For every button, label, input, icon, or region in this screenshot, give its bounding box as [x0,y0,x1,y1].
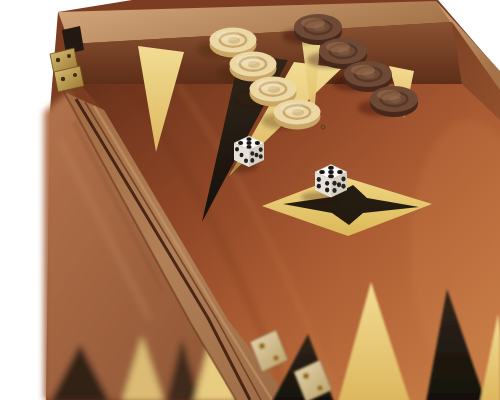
die-1-pip [250,158,254,163]
hinge-screw-slot [261,345,263,347]
latch-screw [61,77,65,81]
brown-checker-gloss [377,90,401,100]
die-2-pip [319,170,325,174]
cream-checker-gloss [280,103,304,113]
die-1-pip [250,151,254,156]
die-2-pip [328,170,334,174]
backgammon-set-photo [0,0,500,400]
die-1-pip [246,145,251,149]
latch-screw [56,58,60,62]
brown-checker-gloss [351,65,375,75]
die-1-pip [255,153,259,158]
die-2-pip [337,182,341,187]
hinge-screw-slot [305,375,307,377]
backgammon-board [0,0,500,400]
die-1-pip [259,147,263,152]
hinge-screw-slot [319,387,321,389]
die-2-pip [332,181,336,186]
latch-screw [67,54,71,58]
die-2-pip [328,166,334,170]
cream-checker-gloss [216,31,240,41]
die-1-pip [255,141,260,145]
cream-checker-gloss [236,55,260,65]
brown-checker-gloss [301,18,325,28]
brown-checker-gloss [326,42,350,52]
die-2-pip [317,184,321,189]
die-1-pip [246,141,251,145]
cream-checker-gloss [256,80,280,90]
die-1-pip [244,158,248,163]
die-1-pip [238,141,243,145]
die-2-pip [337,170,343,174]
die-2-pip [325,188,329,193]
hinge-screw-slot [275,357,277,359]
surface-screw [321,125,325,129]
die-2-pip [317,177,321,182]
die-2-pip [332,188,336,193]
die-2-pip [325,181,329,186]
die-1-pip [246,137,251,141]
die-2-pip [328,174,334,178]
die-1-pip [235,147,239,152]
latch-screw [73,73,77,77]
die-2-pip [341,177,345,182]
die-1-pip [259,154,263,159]
die-2-pip [341,184,345,189]
die-1-pip [240,153,244,158]
